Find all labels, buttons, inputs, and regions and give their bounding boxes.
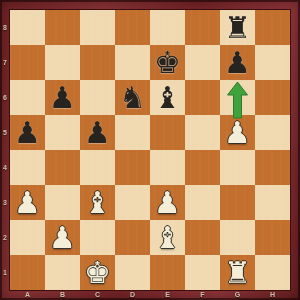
square-g6[interactable]: [220, 80, 255, 115]
square-f1[interactable]: [185, 255, 220, 290]
square-g7[interactable]: ♟: [220, 45, 255, 80]
file-label-a: A: [10, 290, 45, 300]
square-c8[interactable]: [80, 10, 115, 45]
square-c1[interactable]: ♚: [80, 255, 115, 290]
black-king-e7[interactable]: ♚: [150, 45, 185, 80]
square-d5[interactable]: [115, 115, 150, 150]
square-b3[interactable]: [45, 185, 80, 220]
square-c3[interactable]: ♝: [80, 185, 115, 220]
rank-label-2: 2: [0, 220, 10, 255]
square-a7[interactable]: [10, 45, 45, 80]
white-pawn-g5[interactable]: ♟: [220, 115, 255, 150]
square-h2[interactable]: [255, 220, 290, 255]
square-d8[interactable]: [115, 10, 150, 45]
square-e6[interactable]: ♝: [150, 80, 185, 115]
square-e3[interactable]: ♟: [150, 185, 185, 220]
square-h5[interactable]: [255, 115, 290, 150]
white-bishop-c3[interactable]: ♝: [80, 185, 115, 220]
rank-label-6: 6: [0, 80, 10, 115]
file-label-d: D: [115, 290, 150, 300]
square-d7[interactable]: [115, 45, 150, 80]
board-frame: ♜♚♟♟♞♝♟♟♟♟♝♟♟♝♚♜ 87654321ABCDEFGH: [0, 0, 300, 300]
white-pawn-a3[interactable]: ♟: [10, 185, 45, 220]
square-d1[interactable]: [115, 255, 150, 290]
square-g2[interactable]: [220, 220, 255, 255]
square-b1[interactable]: [45, 255, 80, 290]
square-g3[interactable]: [220, 185, 255, 220]
white-king-c1[interactable]: ♚: [80, 255, 115, 290]
square-f2[interactable]: [185, 220, 220, 255]
black-knight-d6[interactable]: ♞: [115, 80, 150, 115]
black-pawn-b6[interactable]: ♟: [45, 80, 80, 115]
white-bishop-e2[interactable]: ♝: [150, 220, 185, 255]
black-rook-g8[interactable]: ♜: [220, 10, 255, 45]
square-h7[interactable]: [255, 45, 290, 80]
square-d3[interactable]: [115, 185, 150, 220]
square-g5[interactable]: ♟: [220, 115, 255, 150]
white-rook-g1[interactable]: ♜: [220, 255, 255, 290]
rank-label-5: 5: [0, 115, 10, 150]
white-pawn-e3[interactable]: ♟: [150, 185, 185, 220]
square-b6[interactable]: ♟: [45, 80, 80, 115]
file-label-b: B: [45, 290, 80, 300]
square-a1[interactable]: [10, 255, 45, 290]
square-a2[interactable]: [10, 220, 45, 255]
file-label-e: E: [150, 290, 185, 300]
square-e1[interactable]: [150, 255, 185, 290]
file-label-f: F: [185, 290, 220, 300]
square-c4[interactable]: [80, 150, 115, 185]
square-g8[interactable]: ♜: [220, 10, 255, 45]
square-f8[interactable]: [185, 10, 220, 45]
square-g4[interactable]: [220, 150, 255, 185]
square-h4[interactable]: [255, 150, 290, 185]
square-e4[interactable]: [150, 150, 185, 185]
square-h6[interactable]: [255, 80, 290, 115]
rank-label-3: 3: [0, 185, 10, 220]
square-f7[interactable]: [185, 45, 220, 80]
square-b4[interactable]: [45, 150, 80, 185]
square-h8[interactable]: [255, 10, 290, 45]
square-d6[interactable]: ♞: [115, 80, 150, 115]
square-f5[interactable]: [185, 115, 220, 150]
rank-label-1: 1: [0, 255, 10, 290]
square-d4[interactable]: [115, 150, 150, 185]
square-a5[interactable]: ♟: [10, 115, 45, 150]
file-label-h: H: [255, 290, 290, 300]
square-f3[interactable]: [185, 185, 220, 220]
square-a4[interactable]: [10, 150, 45, 185]
square-e7[interactable]: ♚: [150, 45, 185, 80]
square-a8[interactable]: [10, 10, 45, 45]
black-bishop-e6[interactable]: ♝: [150, 80, 185, 115]
rank-label-7: 7: [0, 45, 10, 80]
square-f4[interactable]: [185, 150, 220, 185]
square-b5[interactable]: [45, 115, 80, 150]
white-pawn-b2[interactable]: ♟: [45, 220, 80, 255]
square-h3[interactable]: [255, 185, 290, 220]
square-c2[interactable]: [80, 220, 115, 255]
square-f6[interactable]: [185, 80, 220, 115]
square-b2[interactable]: ♟: [45, 220, 80, 255]
rank-label-4: 4: [0, 150, 10, 185]
black-pawn-c5[interactable]: ♟: [80, 115, 115, 150]
rank-label-8: 8: [0, 10, 10, 45]
square-b7[interactable]: [45, 45, 80, 80]
square-c6[interactable]: [80, 80, 115, 115]
square-h1[interactable]: [255, 255, 290, 290]
chess-board: ♜♚♟♟♞♝♟♟♟♟♝♟♟♝♚♜: [10, 10, 290, 290]
file-label-g: G: [220, 290, 255, 300]
square-g1[interactable]: ♜: [220, 255, 255, 290]
square-e2[interactable]: ♝: [150, 220, 185, 255]
black-pawn-a5[interactable]: ♟: [10, 115, 45, 150]
black-pawn-g7[interactable]: ♟: [220, 45, 255, 80]
square-a6[interactable]: [10, 80, 45, 115]
square-d2[interactable]: [115, 220, 150, 255]
square-e8[interactable]: [150, 10, 185, 45]
square-c5[interactable]: ♟: [80, 115, 115, 150]
file-label-c: C: [80, 290, 115, 300]
square-b8[interactable]: [45, 10, 80, 45]
square-e5[interactable]: [150, 115, 185, 150]
square-c7[interactable]: [80, 45, 115, 80]
square-a3[interactable]: ♟: [10, 185, 45, 220]
